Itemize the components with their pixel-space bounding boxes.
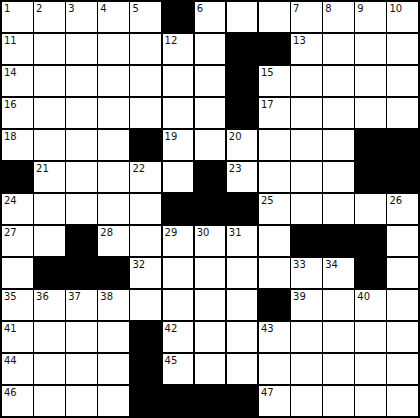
black-cell-r10c4 xyxy=(130,322,161,352)
clue-number-21: 21 xyxy=(36,163,49,174)
cell-r6c12[interactable]: 26 xyxy=(387,194,418,224)
cell-r1c1[interactable] xyxy=(34,34,65,64)
cell-r12c9[interactable] xyxy=(291,386,322,416)
cell-r1c3[interactable] xyxy=(98,34,129,64)
cell-r9c1[interactable]: 36 xyxy=(34,290,65,320)
cell-r8c7[interactable] xyxy=(227,258,258,288)
cell-r8c12[interactable] xyxy=(387,258,418,288)
clue-number-25: 25 xyxy=(261,195,274,206)
cell-r3c12[interactable] xyxy=(387,98,418,128)
cell-r4c7[interactable]: 20 xyxy=(227,130,258,160)
cell-r7c0[interactable]: 27 xyxy=(2,226,33,256)
cell-r3c5[interactable] xyxy=(163,98,194,128)
cell-r7c4[interactable] xyxy=(130,226,161,256)
cell-r4c0[interactable]: 18 xyxy=(2,130,33,160)
clue-number-7: 7 xyxy=(293,3,299,14)
cell-r10c0[interactable]: 41 xyxy=(2,322,33,352)
black-cell-r7c10 xyxy=(323,226,354,256)
cell-r10c10[interactable] xyxy=(323,322,354,352)
cell-r3c3[interactable] xyxy=(98,98,129,128)
cell-r11c2[interactable] xyxy=(66,354,97,384)
black-cell-r6c7 xyxy=(227,194,258,224)
cell-r1c9[interactable]: 13 xyxy=(291,34,322,64)
black-cell-r5c6 xyxy=(195,162,226,192)
clue-number-46: 46 xyxy=(4,387,17,398)
clue-number-36: 36 xyxy=(36,291,49,302)
cell-r11c8[interactable] xyxy=(259,354,290,384)
clue-number-42: 42 xyxy=(165,323,178,334)
cell-r4c6[interactable] xyxy=(195,130,226,160)
cell-r9c2[interactable]: 37 xyxy=(66,290,97,320)
cell-r10c7[interactable] xyxy=(227,322,258,352)
cell-r3c10[interactable] xyxy=(323,98,354,128)
cell-r6c8[interactable]: 25 xyxy=(259,194,290,224)
clue-number-39: 39 xyxy=(293,291,306,302)
black-cell-r11c4 xyxy=(130,354,161,384)
cell-r3c6[interactable] xyxy=(195,98,226,128)
cell-r8c5[interactable] xyxy=(163,258,194,288)
cell-r0c10[interactable]: 8 xyxy=(323,2,354,32)
clue-number-45: 45 xyxy=(165,355,178,366)
cell-r10c6[interactable] xyxy=(195,322,226,352)
cell-r4c8[interactable] xyxy=(259,130,290,160)
cell-r6c0[interactable]: 24 xyxy=(2,194,33,224)
cell-r6c10[interactable] xyxy=(323,194,354,224)
cell-r3c9[interactable] xyxy=(291,98,322,128)
cell-r4c2[interactable] xyxy=(66,130,97,160)
clue-number-35: 35 xyxy=(4,291,17,302)
clue-number-31: 31 xyxy=(229,227,242,238)
clue-number-34: 34 xyxy=(325,259,338,270)
cell-r12c11[interactable] xyxy=(355,386,386,416)
cell-r2c1[interactable] xyxy=(34,66,65,96)
cell-r12c2[interactable] xyxy=(66,386,97,416)
cell-r5c5[interactable] xyxy=(163,162,194,192)
cell-r7c12[interactable] xyxy=(387,226,418,256)
cell-r1c12[interactable] xyxy=(387,34,418,64)
cell-r0c1[interactable]: 2 xyxy=(34,2,65,32)
clue-number-28: 28 xyxy=(100,227,113,238)
cell-r12c0[interactable]: 46 xyxy=(2,386,33,416)
black-cell-r3c7 xyxy=(227,98,258,128)
black-cell-r4c12 xyxy=(387,130,418,160)
cell-r4c1[interactable] xyxy=(34,130,65,160)
cell-r9c3[interactable]: 38 xyxy=(98,290,129,320)
clue-number-1: 1 xyxy=(4,3,10,14)
cell-r9c12[interactable] xyxy=(387,290,418,320)
clue-number-18: 18 xyxy=(4,131,17,142)
clue-number-40: 40 xyxy=(357,291,370,302)
cell-r11c3[interactable] xyxy=(98,354,129,384)
cell-r0c0[interactable]: 1 xyxy=(2,2,33,32)
clue-number-44: 44 xyxy=(4,355,17,366)
black-cell-r7c2 xyxy=(66,226,97,256)
cell-r10c12[interactable] xyxy=(387,322,418,352)
crossword-grid: 1234567891011121314151617181920212223242… xyxy=(0,0,420,418)
cell-r12c1[interactable] xyxy=(34,386,65,416)
cell-r9c6[interactable] xyxy=(195,290,226,320)
cell-r3c8[interactable]: 17 xyxy=(259,98,290,128)
cell-r9c10[interactable] xyxy=(323,290,354,320)
cell-r4c5[interactable]: 19 xyxy=(163,130,194,160)
cell-r0c12[interactable]: 10 xyxy=(387,2,418,32)
clue-number-30: 30 xyxy=(197,227,210,238)
cell-r12c12[interactable] xyxy=(387,386,418,416)
cell-r11c12[interactable] xyxy=(387,354,418,384)
cell-r2c12[interactable] xyxy=(387,66,418,96)
cell-r8c10[interactable]: 34 xyxy=(323,258,354,288)
clue-number-29: 29 xyxy=(165,227,178,238)
black-cell-r4c11 xyxy=(355,130,386,160)
black-cell-r6c5 xyxy=(163,194,194,224)
cell-r4c3[interactable] xyxy=(98,130,129,160)
cell-r11c10[interactable] xyxy=(323,354,354,384)
cell-r7c5[interactable]: 29 xyxy=(163,226,194,256)
clue-number-9: 9 xyxy=(357,3,363,14)
cell-r12c8[interactable]: 47 xyxy=(259,386,290,416)
cell-r6c2[interactable] xyxy=(66,194,97,224)
cell-r10c3[interactable] xyxy=(98,322,129,352)
cell-r6c3[interactable] xyxy=(98,194,129,224)
cell-r7c8[interactable] xyxy=(259,226,290,256)
cell-r0c4[interactable]: 5 xyxy=(130,2,161,32)
clue-number-26: 26 xyxy=(389,195,402,206)
black-cell-r7c9 xyxy=(291,226,322,256)
cell-r0c3[interactable]: 4 xyxy=(98,2,129,32)
clue-number-15: 15 xyxy=(261,67,274,78)
black-cell-r12c6 xyxy=(195,386,226,416)
cell-r12c10[interactable] xyxy=(323,386,354,416)
cell-r4c10[interactable] xyxy=(323,130,354,160)
cell-r2c8[interactable]: 15 xyxy=(259,66,290,96)
cell-r9c11[interactable]: 40 xyxy=(355,290,386,320)
cell-r9c9[interactable]: 39 xyxy=(291,290,322,320)
cell-r3c4[interactable] xyxy=(130,98,161,128)
cell-r5c10[interactable] xyxy=(323,162,354,192)
cell-r9c7[interactable] xyxy=(227,290,258,320)
cell-r7c6[interactable]: 30 xyxy=(195,226,226,256)
cell-r11c5[interactable]: 45 xyxy=(163,354,194,384)
cell-r0c8[interactable] xyxy=(259,2,290,32)
clue-number-22: 22 xyxy=(132,163,145,174)
clue-number-38: 38 xyxy=(100,291,113,302)
cell-r10c9[interactable] xyxy=(291,322,322,352)
cell-r5c4[interactable]: 22 xyxy=(130,162,161,192)
cell-r1c2[interactable] xyxy=(66,34,97,64)
cell-r2c5[interactable] xyxy=(163,66,194,96)
clue-number-4: 4 xyxy=(100,3,106,14)
cell-r0c11[interactable]: 9 xyxy=(355,2,386,32)
clue-number-13: 13 xyxy=(293,35,306,46)
cell-r3c0[interactable]: 16 xyxy=(2,98,33,128)
cell-r3c11[interactable] xyxy=(355,98,386,128)
cell-r10c11[interactable] xyxy=(355,322,386,352)
clue-number-8: 8 xyxy=(325,3,331,14)
cell-r10c5[interactable]: 42 xyxy=(163,322,194,352)
black-cell-r5c12 xyxy=(387,162,418,192)
cell-r2c4[interactable] xyxy=(130,66,161,96)
cell-r2c0[interactable]: 14 xyxy=(2,66,33,96)
black-cell-r8c1 xyxy=(34,258,65,288)
cell-r10c1[interactable] xyxy=(34,322,65,352)
cell-r5c7[interactable]: 23 xyxy=(227,162,258,192)
clue-number-14: 14 xyxy=(4,67,17,78)
clue-number-33: 33 xyxy=(293,259,306,270)
cell-r8c9[interactable]: 33 xyxy=(291,258,322,288)
clue-number-20: 20 xyxy=(229,131,242,142)
cell-r7c1[interactable] xyxy=(34,226,65,256)
black-cell-r1c8 xyxy=(259,34,290,64)
cell-r0c6[interactable]: 6 xyxy=(195,2,226,32)
clue-number-47: 47 xyxy=(261,387,274,398)
cell-r6c4[interactable] xyxy=(130,194,161,224)
cell-r10c2[interactable] xyxy=(66,322,97,352)
clue-number-43: 43 xyxy=(261,323,274,334)
cell-r0c9[interactable]: 7 xyxy=(291,2,322,32)
black-cell-r0c5 xyxy=(163,2,194,32)
black-cell-r8c11 xyxy=(355,258,386,288)
cell-r3c2[interactable] xyxy=(66,98,97,128)
cell-r5c1[interactable]: 21 xyxy=(34,162,65,192)
cell-r11c0[interactable]: 44 xyxy=(2,354,33,384)
cell-r0c7[interactable] xyxy=(227,2,258,32)
cell-r1c0[interactable]: 11 xyxy=(2,34,33,64)
cell-r1c5[interactable]: 12 xyxy=(163,34,194,64)
clue-number-16: 16 xyxy=(4,99,17,110)
cell-r7c7[interactable]: 31 xyxy=(227,226,258,256)
black-cell-r1c7 xyxy=(227,34,258,64)
black-cell-r12c4 xyxy=(130,386,161,416)
cell-r2c11[interactable] xyxy=(355,66,386,96)
black-cell-r12c7 xyxy=(227,386,258,416)
cell-r8c0[interactable] xyxy=(2,258,33,288)
cell-r4c9[interactable] xyxy=(291,130,322,160)
cell-r5c9[interactable] xyxy=(291,162,322,192)
cell-r2c2[interactable] xyxy=(66,66,97,96)
black-cell-r2c7 xyxy=(227,66,258,96)
clue-number-23: 23 xyxy=(229,163,242,174)
cell-r1c11[interactable] xyxy=(355,34,386,64)
black-cell-r5c0 xyxy=(2,162,33,192)
black-cell-r5c11 xyxy=(355,162,386,192)
black-cell-r8c2 xyxy=(66,258,97,288)
cell-r6c11[interactable] xyxy=(355,194,386,224)
cell-r9c5[interactable] xyxy=(163,290,194,320)
black-cell-r4c4 xyxy=(130,130,161,160)
clue-number-24: 24 xyxy=(4,195,17,206)
clue-number-6: 6 xyxy=(197,3,203,14)
clue-number-10: 10 xyxy=(389,3,402,14)
cell-r2c6[interactable] xyxy=(195,66,226,96)
cell-r11c11[interactable] xyxy=(355,354,386,384)
black-cell-r9c8 xyxy=(259,290,290,320)
cell-r3c1[interactable] xyxy=(34,98,65,128)
clue-number-2: 2 xyxy=(36,3,42,14)
cell-r5c3[interactable] xyxy=(98,162,129,192)
black-cell-r7c11 xyxy=(355,226,386,256)
cell-r5c8[interactable] xyxy=(259,162,290,192)
cell-r8c6[interactable] xyxy=(195,258,226,288)
clue-number-5: 5 xyxy=(132,3,138,14)
clue-number-12: 12 xyxy=(165,35,178,46)
clue-number-32: 32 xyxy=(132,259,145,270)
black-cell-r12c5 xyxy=(163,386,194,416)
clue-number-17: 17 xyxy=(261,99,274,110)
cell-r5c2[interactable] xyxy=(66,162,97,192)
cell-r8c4[interactable]: 32 xyxy=(130,258,161,288)
cell-r12c3[interactable] xyxy=(98,386,129,416)
cell-r2c10[interactable] xyxy=(323,66,354,96)
cell-r9c4[interactable] xyxy=(130,290,161,320)
cell-r1c10[interactable] xyxy=(323,34,354,64)
cell-r7c3[interactable]: 28 xyxy=(98,226,129,256)
black-cell-r6c6 xyxy=(195,194,226,224)
cell-r1c4[interactable] xyxy=(130,34,161,64)
clue-number-41: 41 xyxy=(4,323,17,334)
cell-r11c9[interactable] xyxy=(291,354,322,384)
cell-r6c1[interactable] xyxy=(34,194,65,224)
black-cell-r8c3 xyxy=(98,258,129,288)
clue-number-19: 19 xyxy=(165,131,178,142)
clue-number-11: 11 xyxy=(4,35,17,46)
cell-r1c6[interactable] xyxy=(195,34,226,64)
clue-number-3: 3 xyxy=(68,3,74,14)
cell-r11c1[interactable] xyxy=(34,354,65,384)
cell-r9c0[interactable]: 35 xyxy=(2,290,33,320)
cell-r0c2[interactable]: 3 xyxy=(66,2,97,32)
clue-number-27: 27 xyxy=(4,227,17,238)
cell-r8c8[interactable] xyxy=(259,258,290,288)
cell-r10c8[interactable]: 43 xyxy=(259,322,290,352)
cell-r6c9[interactable] xyxy=(291,194,322,224)
cell-r2c9[interactable] xyxy=(291,66,322,96)
cell-r11c6[interactable] xyxy=(195,354,226,384)
cell-r2c3[interactable] xyxy=(98,66,129,96)
clue-number-37: 37 xyxy=(68,291,81,302)
cell-r11c7[interactable] xyxy=(227,354,258,384)
